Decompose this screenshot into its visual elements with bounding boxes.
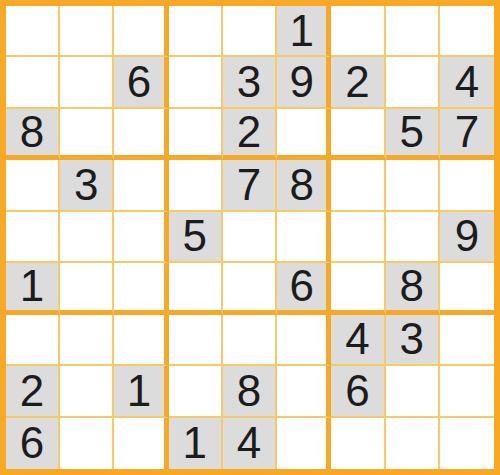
cell-r5c9[interactable]: 9 (440, 212, 494, 263)
cell-r3c4[interactable] (169, 109, 223, 160)
cell-r8c8[interactable] (386, 366, 440, 417)
cell-r8c7[interactable]: 6 (331, 366, 385, 417)
cell-r2c2[interactable] (60, 57, 114, 108)
cell-r4c9[interactable] (440, 160, 494, 211)
cell-r5c8[interactable] (386, 212, 440, 263)
cell-r6c5[interactable] (223, 263, 277, 314)
cell-r7c9[interactable] (440, 315, 494, 366)
cell-r2c6[interactable]: 9 (277, 57, 331, 108)
cell-r8c4[interactable] (169, 366, 223, 417)
cell-r5c6[interactable] (277, 212, 331, 263)
cell-r3c6[interactable] (277, 109, 331, 160)
cell-r1c2[interactable] (60, 6, 114, 57)
cell-r9c7[interactable] (331, 418, 385, 469)
cell-r3c7[interactable] (331, 109, 385, 160)
cell-r6c3[interactable] (114, 263, 168, 314)
cell-r7c4[interactable] (169, 315, 223, 366)
cell-r1c7[interactable] (331, 6, 385, 57)
cell-r2c7[interactable]: 2 (331, 57, 385, 108)
cell-r1c6[interactable]: 1 (277, 6, 331, 57)
cell-r9c8[interactable] (386, 418, 440, 469)
cell-r3c9[interactable]: 7 (440, 109, 494, 160)
cell-r4c7[interactable] (331, 160, 385, 211)
cell-r9c4[interactable]: 1 (169, 418, 223, 469)
cell-r3c5[interactable]: 2 (223, 109, 277, 160)
cell-r9c5[interactable]: 4 (223, 418, 277, 469)
cell-r2c5[interactable]: 3 (223, 57, 277, 108)
cell-r9c9[interactable] (440, 418, 494, 469)
cell-r2c9[interactable]: 4 (440, 57, 494, 108)
cell-r1c1[interactable] (6, 6, 60, 57)
cell-r4c6[interactable]: 8 (277, 160, 331, 211)
cell-r5c3[interactable] (114, 212, 168, 263)
cell-r1c8[interactable] (386, 6, 440, 57)
cell-r1c5[interactable] (223, 6, 277, 57)
cell-r8c2[interactable] (60, 366, 114, 417)
cell-r7c5[interactable] (223, 315, 277, 366)
cell-r7c8[interactable]: 3 (386, 315, 440, 366)
cell-r2c1[interactable] (6, 57, 60, 108)
cell-r6c9[interactable] (440, 263, 494, 314)
cell-r4c8[interactable] (386, 160, 440, 211)
cell-r5c5[interactable] (223, 212, 277, 263)
cell-r3c1[interactable]: 8 (6, 109, 60, 160)
cell-r7c6[interactable] (277, 315, 331, 366)
cell-r3c3[interactable] (114, 109, 168, 160)
cell-r8c1[interactable]: 2 (6, 366, 60, 417)
cell-r7c7[interactable]: 4 (331, 315, 385, 366)
cell-r8c9[interactable] (440, 366, 494, 417)
cell-r8c3[interactable]: 1 (114, 366, 168, 417)
cell-r5c7[interactable] (331, 212, 385, 263)
cell-r5c2[interactable] (60, 212, 114, 263)
cell-r3c2[interactable] (60, 109, 114, 160)
cell-r4c5[interactable]: 7 (223, 160, 277, 211)
cell-r6c8[interactable]: 8 (386, 263, 440, 314)
cell-r2c4[interactable] (169, 57, 223, 108)
cell-r7c3[interactable] (114, 315, 168, 366)
cell-r8c6[interactable] (277, 366, 331, 417)
cell-r6c6[interactable]: 6 (277, 263, 331, 314)
cell-r7c1[interactable] (6, 315, 60, 366)
cell-r9c2[interactable] (60, 418, 114, 469)
cell-r9c6[interactable] (277, 418, 331, 469)
cell-r4c4[interactable] (169, 160, 223, 211)
cell-r2c3[interactable]: 6 (114, 57, 168, 108)
cell-r4c2[interactable]: 3 (60, 160, 114, 211)
cell-r5c4[interactable]: 5 (169, 212, 223, 263)
cell-r6c1[interactable]: 1 (6, 263, 60, 314)
cell-r3c8[interactable]: 5 (386, 109, 440, 160)
cell-r2c8[interactable] (386, 57, 440, 108)
cell-r1c9[interactable] (440, 6, 494, 57)
cell-r9c3[interactable] (114, 418, 168, 469)
cell-r7c2[interactable] (60, 315, 114, 366)
cell-r4c1[interactable] (6, 160, 60, 211)
cell-r9c1[interactable]: 6 (6, 418, 60, 469)
cell-r1c3[interactable] (114, 6, 168, 57)
sudoku-board: 163924825737859168432186614 (0, 0, 500, 475)
cell-r4c3[interactable] (114, 160, 168, 211)
cell-r6c2[interactable] (60, 263, 114, 314)
cell-r5c1[interactable] (6, 212, 60, 263)
cell-r6c4[interactable] (169, 263, 223, 314)
cell-r6c7[interactable] (331, 263, 385, 314)
cell-r8c5[interactable]: 8 (223, 366, 277, 417)
cell-r1c4[interactable] (169, 6, 223, 57)
